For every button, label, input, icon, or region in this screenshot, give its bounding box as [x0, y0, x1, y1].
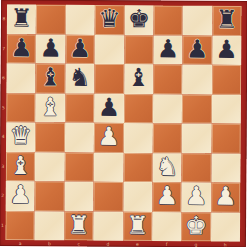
white-pawn[interactable]: ♟ — [185, 184, 208, 209]
square-g5[interactable] — [182, 94, 212, 124]
black-pawn[interactable]: ♟ — [10, 35, 33, 60]
square-f3[interactable]: ♞ — [152, 153, 182, 183]
square-c4[interactable] — [65, 123, 95, 153]
square-b7[interactable]: ♟ — [36, 34, 66, 64]
square-c3[interactable] — [64, 152, 94, 182]
square-a8[interactable]: ♜ — [7, 4, 37, 34]
square-d8[interactable]: ♛ — [95, 5, 125, 35]
square-g7[interactable]: ♟ — [183, 35, 213, 65]
file-label-d: d — [93, 241, 122, 247]
white-pawn[interactable]: ♟ — [97, 124, 120, 149]
square-a7[interactable]: ♟ — [7, 34, 37, 64]
white-knight[interactable]: ♞ — [156, 154, 179, 179]
square-a5[interactable] — [6, 93, 36, 123]
white-pawn[interactable]: ♟ — [9, 182, 32, 207]
square-f4[interactable] — [153, 123, 183, 153]
white-pawn[interactable]: ♟ — [214, 184, 237, 209]
file-label-b: b — [35, 240, 64, 246]
square-c7[interactable]: ♟ — [65, 34, 95, 64]
white-rook[interactable]: ♜ — [68, 212, 91, 237]
square-g6[interactable] — [182, 65, 212, 95]
black-bishop[interactable]: ♝ — [39, 65, 62, 90]
black-pawn[interactable]: ♟ — [215, 37, 238, 62]
square-e2[interactable] — [123, 182, 153, 212]
square-a4[interactable]: ♛ — [6, 122, 36, 152]
white-king[interactable]: ♚ — [185, 213, 208, 238]
square-f5[interactable] — [153, 94, 183, 124]
square-b8[interactable] — [36, 5, 66, 35]
file-label-f: f — [152, 241, 181, 247]
square-c2[interactable] — [64, 181, 94, 211]
square-b4[interactable] — [35, 122, 65, 152]
square-h6[interactable] — [212, 65, 242, 95]
square-d5[interactable]: ♟ — [94, 93, 124, 123]
square-c1[interactable]: ♜ — [64, 211, 94, 241]
white-bishop[interactable]: ♝ — [9, 153, 32, 178]
square-g3[interactable] — [182, 153, 212, 183]
square-f2[interactable]: ♟ — [152, 182, 182, 212]
square-f8[interactable] — [153, 5, 183, 35]
square-g4[interactable] — [182, 123, 212, 153]
square-g2[interactable]: ♟ — [182, 182, 212, 212]
square-g8[interactable] — [183, 6, 213, 36]
file-label-c: c — [64, 240, 93, 246]
square-d6[interactable] — [94, 64, 124, 94]
white-queen[interactable]: ♛ — [10, 123, 33, 148]
square-d1[interactable] — [93, 211, 123, 241]
square-b5[interactable]: ♝ — [36, 93, 66, 123]
square-e7[interactable] — [124, 35, 154, 65]
black-queen[interactable]: ♛ — [98, 6, 121, 31]
square-b6[interactable]: ♝ — [36, 64, 66, 94]
square-a6[interactable] — [6, 63, 36, 93]
file-label-a: a — [5, 240, 34, 246]
black-pawn[interactable]: ♟ — [157, 36, 180, 61]
square-e4[interactable] — [123, 123, 153, 153]
square-h8[interactable]: ♜ — [212, 6, 242, 36]
square-h5[interactable] — [211, 94, 241, 124]
black-rook[interactable]: ♜ — [216, 7, 239, 32]
black-king[interactable]: ♚ — [128, 7, 151, 32]
file-label-h: h — [211, 241, 240, 247]
square-a1[interactable] — [5, 211, 35, 241]
square-h7[interactable]: ♟ — [212, 35, 242, 65]
black-pawn[interactable]: ♟ — [98, 95, 121, 120]
square-e8[interactable]: ♚ — [124, 5, 154, 35]
black-pawn[interactable]: ♟ — [39, 35, 62, 60]
square-e6[interactable]: ♝ — [124, 64, 154, 94]
square-g1[interactable]: ♚ — [181, 212, 211, 242]
square-h2[interactable]: ♟ — [211, 182, 241, 212]
black-pawn[interactable]: ♟ — [186, 36, 209, 61]
board-frame: 87654321 ♜♛♚♜♟♟♟♟♟♟♝♞♝♝♟♛♟♝♞♟♟♟♟♜♜♚ abcd… — [0, 0, 247, 247]
square-h3[interactable] — [211, 153, 241, 183]
square-f6[interactable] — [153, 64, 183, 94]
square-c6[interactable]: ♞ — [65, 64, 95, 94]
square-f1[interactable] — [152, 212, 182, 242]
square-e5[interactable] — [124, 94, 154, 124]
black-rook[interactable]: ♜ — [10, 6, 33, 31]
white-pawn[interactable]: ♟ — [156, 183, 179, 208]
square-d7[interactable] — [95, 34, 125, 64]
square-b1[interactable] — [35, 211, 65, 241]
square-f7[interactable]: ♟ — [153, 35, 183, 65]
chess-diagram: 87654321 ♜♛♚♜♟♟♟♟♟♟♝♞♝♝♟♛♟♝♞♟♟♟♟♜♜♚ abcd… — [0, 0, 247, 247]
square-a2[interactable]: ♟ — [6, 181, 36, 211]
square-h4[interactable] — [211, 124, 241, 154]
square-b2[interactable] — [35, 181, 65, 211]
black-pawn[interactable]: ♟ — [69, 36, 92, 61]
square-e3[interactable] — [123, 152, 153, 182]
file-label-e: e — [123, 241, 152, 247]
square-b3[interactable] — [35, 152, 65, 182]
black-bishop[interactable]: ♝ — [127, 65, 150, 90]
square-a3[interactable]: ♝ — [6, 152, 36, 182]
square-d2[interactable] — [94, 182, 124, 212]
file-label-g: g — [181, 241, 210, 247]
square-h1[interactable] — [211, 212, 241, 242]
square-d3[interactable] — [94, 152, 124, 182]
white-rook[interactable]: ♜ — [126, 213, 149, 238]
square-c5[interactable] — [65, 93, 95, 123]
white-bishop[interactable]: ♝ — [39, 94, 62, 119]
square-e1[interactable]: ♜ — [123, 211, 153, 241]
square-c8[interactable] — [65, 5, 95, 35]
square-d4[interactable]: ♟ — [94, 123, 124, 153]
chess-board: ♜♛♚♜♟♟♟♟♟♟♝♞♝♝♟♛♟♝♞♟♟♟♟♜♜♚ — [5, 4, 241, 241]
black-knight[interactable]: ♞ — [69, 65, 92, 90]
file-labels: abcdefgh — [5, 240, 240, 247]
